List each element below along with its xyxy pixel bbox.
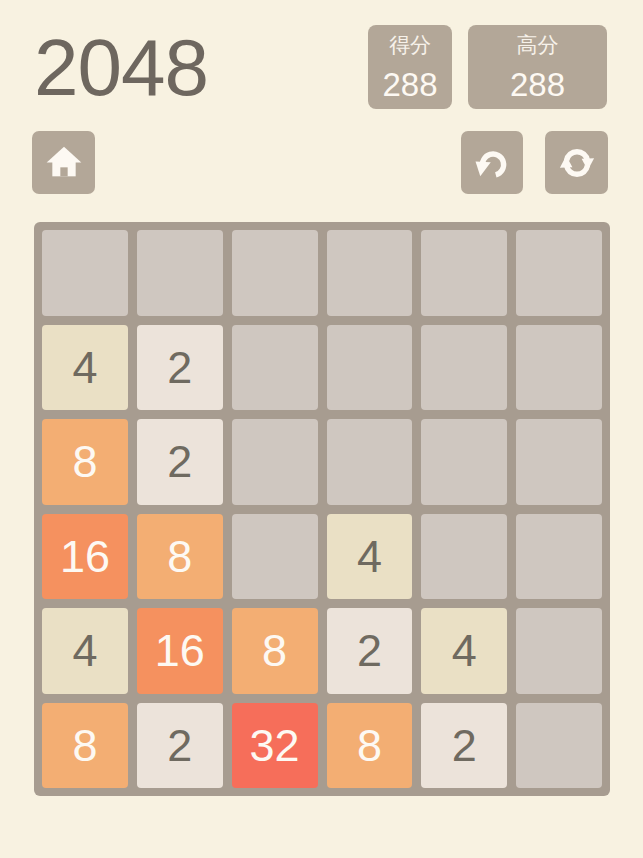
empty-cell: [327, 419, 413, 505]
tile-2: 2: [327, 608, 413, 694]
tile-8: 8: [232, 608, 318, 694]
best-score-value: 288: [510, 68, 565, 104]
empty-cell: [232, 230, 318, 316]
empty-cell: [421, 514, 507, 600]
empty-cell: [232, 325, 318, 411]
tile-8: 8: [42, 419, 128, 505]
score-value: 288: [382, 68, 437, 104]
score-box: 得分 288: [368, 25, 452, 109]
tile-2: 2: [137, 325, 223, 411]
board[interactable]: 42821684416824823282: [34, 222, 610, 796]
tile-2: 2: [137, 419, 223, 505]
empty-cell: [421, 419, 507, 505]
tile-2: 2: [421, 703, 507, 789]
empty-cell: [516, 230, 602, 316]
tile-16: 16: [137, 608, 223, 694]
empty-cell: [516, 325, 602, 411]
tile-8: 8: [327, 703, 413, 789]
empty-cell: [327, 230, 413, 316]
tile-4: 4: [327, 514, 413, 600]
app: 2048 得分 288 高分 288 42821684416824823282: [0, 0, 643, 858]
empty-cell: [516, 514, 602, 600]
empty-cell: [421, 230, 507, 316]
tile-2: 2: [137, 703, 223, 789]
home-icon: [44, 143, 84, 183]
tile-16: 16: [42, 514, 128, 600]
empty-cell: [516, 703, 602, 789]
undo-button[interactable]: [461, 131, 523, 194]
restart-button[interactable]: [545, 131, 608, 194]
tile-8: 8: [137, 514, 223, 600]
empty-cell: [516, 419, 602, 505]
empty-cell: [421, 325, 507, 411]
game-title: 2048: [34, 28, 208, 108]
score-label: 得分: [389, 34, 431, 55]
empty-cell: [232, 514, 318, 600]
undo-icon: [473, 144, 511, 182]
home-button[interactable]: [32, 131, 95, 194]
tile-4: 4: [42, 608, 128, 694]
best-score-label: 高分: [517, 34, 559, 55]
tile-4: 4: [42, 325, 128, 411]
best-score-box: 高分 288: [468, 25, 607, 109]
empty-cell: [327, 325, 413, 411]
restart-icon: [558, 144, 596, 182]
tile-32: 32: [232, 703, 318, 789]
empty-cell: [516, 608, 602, 694]
empty-cell: [232, 419, 318, 505]
empty-cell: [137, 230, 223, 316]
tile-4: 4: [421, 608, 507, 694]
empty-cell: [42, 230, 128, 316]
tile-8: 8: [42, 703, 128, 789]
